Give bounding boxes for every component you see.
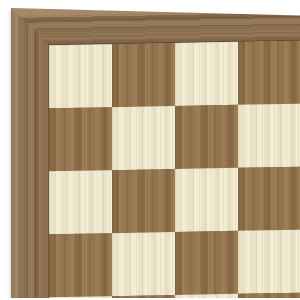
square-d4[interactable] [238, 293, 300, 300]
square-a8[interactable] [49, 44, 112, 108]
square-d8[interactable] [238, 41, 300, 105]
square-b8[interactable] [112, 43, 175, 107]
square-a6[interactable] [49, 170, 112, 234]
square-a7[interactable] [49, 107, 112, 171]
board-squares [49, 36, 300, 300]
board-frame-top [11, 0, 300, 46]
square-a4[interactable] [49, 296, 112, 300]
square-d7[interactable] [238, 104, 300, 168]
board-frame-left [11, 7, 49, 300]
square-b4[interactable] [112, 295, 175, 300]
square-c7[interactable] [175, 105, 238, 169]
square-b6[interactable] [112, 169, 175, 233]
square-c4[interactable] [175, 294, 238, 300]
square-c6[interactable] [175, 168, 238, 232]
square-a5[interactable] [49, 233, 112, 297]
square-b7[interactable] [112, 106, 175, 170]
square-c5[interactable] [175, 231, 238, 295]
square-d5[interactable] [238, 230, 300, 294]
square-d6[interactable] [238, 167, 300, 231]
board-photo [0, 0, 300, 300]
square-b5[interactable] [112, 232, 175, 296]
square-c8[interactable] [175, 42, 238, 106]
chess-board[interactable] [11, 0, 300, 300]
